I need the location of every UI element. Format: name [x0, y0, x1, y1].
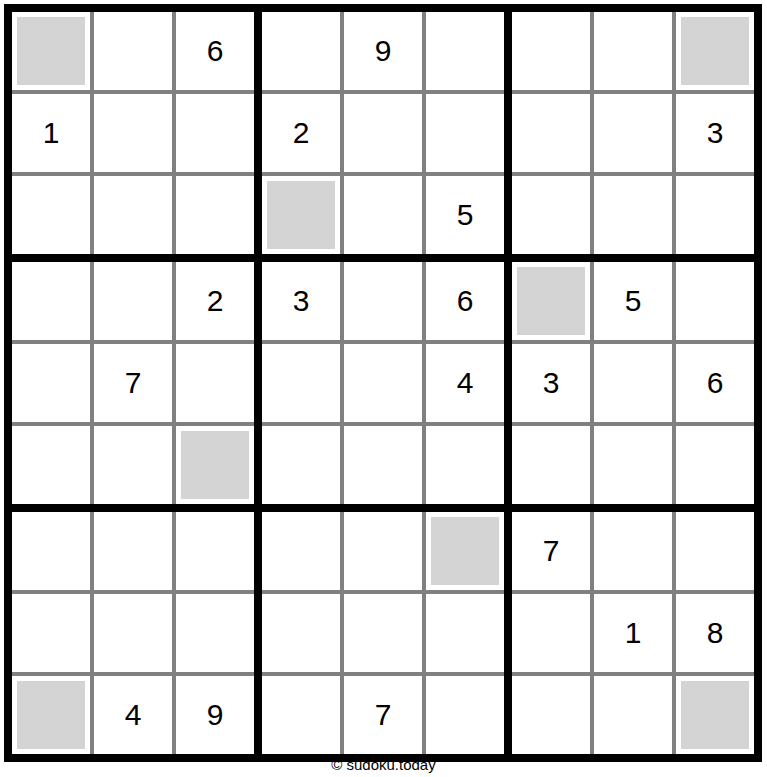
cell-r8c8[interactable]: 1	[594, 594, 672, 672]
cell-r5c7[interactable]: 3	[512, 344, 590, 422]
cell-r9c3[interactable]: 9	[176, 676, 254, 754]
cell-r4c6[interactable]: 6	[426, 262, 504, 340]
block-divider-vertical-1	[254, 12, 262, 754]
cell-r5c4[interactable]	[262, 344, 340, 422]
cell-r2c8[interactable]	[594, 94, 672, 172]
cell-r3c8[interactable]	[594, 176, 672, 254]
cell-r5c5[interactable]	[344, 344, 422, 422]
cell-r9c1[interactable]	[12, 676, 90, 754]
cell-r1c2[interactable]	[94, 12, 172, 90]
cell-r8c1[interactable]	[12, 594, 90, 672]
cell-r6c8[interactable]	[594, 426, 672, 504]
cell-r4c1[interactable]	[12, 262, 90, 340]
cell-r8c6[interactable]	[426, 594, 504, 672]
cell-r3c5[interactable]	[344, 176, 422, 254]
cell-r2c4[interactable]: 2	[262, 94, 340, 172]
cell-r7c7[interactable]: 7	[512, 512, 590, 590]
cell-r7c6[interactable]	[426, 512, 504, 590]
cell-r4c9[interactable]	[676, 262, 754, 340]
cell-r6c6[interactable]	[426, 426, 504, 504]
cell-r2c5[interactable]	[344, 94, 422, 172]
given-digit: 9	[375, 36, 392, 66]
given-digit: 5	[457, 200, 474, 230]
given-digit: 4	[457, 368, 474, 398]
cell-r5c3[interactable]	[176, 344, 254, 422]
cell-r6c3[interactable]	[176, 426, 254, 504]
given-digit: 2	[293, 118, 310, 148]
given-digit: 6	[707, 368, 724, 398]
cell-r1c8[interactable]	[594, 12, 672, 90]
cell-r3c7[interactable]	[512, 176, 590, 254]
shaded-region	[431, 517, 499, 585]
cell-r9c2[interactable]: 4	[94, 676, 172, 754]
cell-r8c5[interactable]	[344, 594, 422, 672]
given-digit: 2	[207, 286, 224, 316]
cell-r7c8[interactable]	[594, 512, 672, 590]
cell-r2c9[interactable]: 3	[676, 94, 754, 172]
cell-r9c5[interactable]: 7	[344, 676, 422, 754]
cell-r2c2[interactable]	[94, 94, 172, 172]
cell-r3c9[interactable]	[676, 176, 754, 254]
cell-r4c2[interactable]	[94, 262, 172, 340]
cell-r5c2[interactable]: 7	[94, 344, 172, 422]
cell-r1c3[interactable]: 6	[176, 12, 254, 90]
cell-r7c5[interactable]	[344, 512, 422, 590]
cell-r8c4[interactable]	[262, 594, 340, 672]
given-digit: 8	[707, 618, 724, 648]
cell-r8c7[interactable]	[512, 594, 590, 672]
cell-r8c2[interactable]	[94, 594, 172, 672]
cell-r4c8[interactable]: 5	[594, 262, 672, 340]
cell-r8c3[interactable]	[176, 594, 254, 672]
cell-r1c6[interactable]	[426, 12, 504, 90]
given-digit: 1	[43, 118, 60, 148]
shaded-region	[267, 181, 335, 249]
cell-r7c4[interactable]	[262, 512, 340, 590]
shaded-region	[681, 17, 749, 85]
cell-r9c8[interactable]	[594, 676, 672, 754]
given-digit: 5	[625, 286, 642, 316]
cell-r5c9[interactable]: 6	[676, 344, 754, 422]
cell-r3c2[interactable]	[94, 176, 172, 254]
cell-r8c9[interactable]: 8	[676, 594, 754, 672]
cell-r1c9[interactable]	[676, 12, 754, 90]
page: 69123523657436718497 © sudoku.today	[0, 0, 767, 777]
cell-r2c7[interactable]	[512, 94, 590, 172]
cell-r1c4[interactable]	[262, 12, 340, 90]
cell-r9c4[interactable]	[262, 676, 340, 754]
given-digit: 3	[293, 286, 310, 316]
cell-r1c1[interactable]	[12, 12, 90, 90]
shaded-region	[517, 267, 585, 335]
sudoku-board: 69123523657436718497	[4, 4, 762, 762]
shaded-region	[17, 681, 85, 749]
given-digit: 6	[207, 36, 224, 66]
block-divider-horizontal-1	[12, 254, 754, 262]
cell-r6c1[interactable]	[12, 426, 90, 504]
cell-r3c6[interactable]: 5	[426, 176, 504, 254]
cell-r6c2[interactable]	[94, 426, 172, 504]
cell-r7c9[interactable]	[676, 512, 754, 590]
cell-r9c9[interactable]	[676, 676, 754, 754]
cell-r2c3[interactable]	[176, 94, 254, 172]
cell-r9c6[interactable]	[426, 676, 504, 754]
shaded-region	[681, 681, 749, 749]
copyright: © sudoku.today	[0, 756, 767, 773]
cell-r1c7[interactable]	[512, 12, 590, 90]
given-digit: 7	[543, 536, 560, 566]
given-digit: 9	[207, 700, 224, 730]
cell-r4c4[interactable]: 3	[262, 262, 340, 340]
cell-r9c7[interactable]	[512, 676, 590, 754]
shaded-region	[181, 431, 249, 499]
cell-r6c4[interactable]	[262, 426, 340, 504]
copyright-text: © sudoku.today	[331, 756, 435, 773]
given-digit: 3	[707, 118, 724, 148]
cell-r3c3[interactable]	[176, 176, 254, 254]
cell-r4c3[interactable]: 2	[176, 262, 254, 340]
cell-r2c1[interactable]: 1	[12, 94, 90, 172]
given-digit: 1	[625, 618, 642, 648]
given-digit: 7	[375, 700, 392, 730]
cell-r4c7[interactable]	[512, 262, 590, 340]
given-digit: 4	[125, 700, 142, 730]
cell-r5c1[interactable]	[12, 344, 90, 422]
cell-r4c5[interactable]	[344, 262, 422, 340]
cell-r3c1[interactable]	[12, 176, 90, 254]
cell-r1c5[interactable]: 9	[344, 12, 422, 90]
given-digit: 3	[543, 368, 560, 398]
cell-r5c6[interactable]: 4	[426, 344, 504, 422]
given-digit: 6	[457, 286, 474, 316]
cell-r6c9[interactable]	[676, 426, 754, 504]
cell-r7c3[interactable]	[176, 512, 254, 590]
cell-r2c6[interactable]	[426, 94, 504, 172]
cell-r7c1[interactable]	[12, 512, 90, 590]
given-digit: 7	[125, 368, 142, 398]
cell-r6c7[interactable]	[512, 426, 590, 504]
block-divider-horizontal-2	[12, 504, 754, 512]
cell-r5c8[interactable]	[594, 344, 672, 422]
cell-r7c2[interactable]	[94, 512, 172, 590]
cell-r6c5[interactable]	[344, 426, 422, 504]
block-divider-vertical-2	[504, 12, 512, 754]
cell-r3c4[interactable]	[262, 176, 340, 254]
shaded-region	[17, 17, 85, 85]
